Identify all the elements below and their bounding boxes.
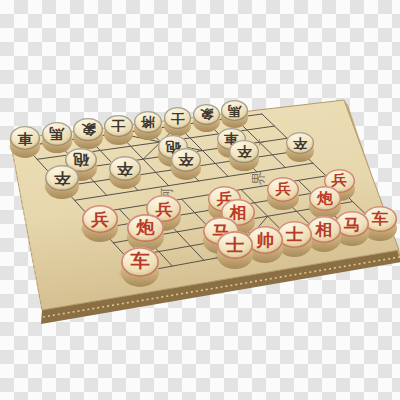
piece-character: 卒	[54, 168, 71, 188]
piece-character: 卒	[178, 150, 193, 169]
piece-top-face: 车	[121, 247, 160, 277]
piece-character: 卒	[237, 143, 252, 160]
piece-black-士[interactable]: 士	[104, 115, 133, 145]
piece-black-車[interactable]: 車	[10, 126, 40, 158]
piece-top-face: 卒	[45, 165, 78, 191]
piece-character: 马	[344, 214, 361, 235]
piece-character: 士	[286, 223, 304, 245]
piece-red-车[interactable]: 车	[121, 247, 160, 288]
piece-top-face: 卒	[171, 148, 202, 172]
piece-top-face: 馬	[42, 122, 72, 145]
piece-character: 士	[171, 110, 185, 127]
piece-character: 車	[17, 128, 32, 147]
piece-character: 士	[226, 234, 244, 257]
piece-character: 车	[130, 249, 149, 274]
xiangqi-scene: 馬象士將士象馬車車卒砲卒卒砲卒卒兵兵炮兵兵相车兵马炮相马士帅士车 河 界	[0, 0, 400, 400]
piece-black-馬[interactable]: 馬	[221, 100, 248, 128]
piece-character: 卒	[117, 159, 133, 178]
piece-character: 象	[200, 106, 214, 123]
piece-black-卒[interactable]: 卒	[171, 148, 202, 180]
piece-black-卒[interactable]: 卒	[109, 156, 141, 189]
piece-character: 卒	[293, 135, 307, 152]
piece-red-兵[interactable]: 兵	[82, 205, 118, 243]
piece-black-卒[interactable]: 卒	[45, 165, 78, 200]
piece-top-face: 士	[164, 107, 192, 129]
piece-top-face: 象	[73, 118, 102, 141]
piece-black-士[interactable]: 士	[164, 107, 192, 136]
piece-character: 相	[315, 218, 332, 240]
river-label-right: 界	[250, 171, 268, 185]
piece-character: 兵	[91, 208, 109, 230]
piece-character: 帅	[256, 229, 274, 251]
piece-red-士[interactable]: 士	[217, 231, 254, 269]
piece-top-face: 炮	[309, 186, 341, 211]
piece-top-face: 馬	[221, 100, 248, 121]
piece-character: 车	[372, 209, 389, 229]
piece-character: 馬	[49, 125, 64, 142]
piece-character: 士	[111, 117, 125, 134]
piece-black-象[interactable]: 象	[193, 104, 220, 132]
piece-black-象[interactable]: 象	[73, 118, 102, 149]
piece-top-face: 士	[104, 115, 133, 137]
piece-character: 象	[81, 121, 96, 138]
piece-top-face: 車	[10, 126, 40, 150]
piece-top-face: 象	[193, 104, 220, 125]
piece-black-卒[interactable]: 卒	[286, 132, 314, 162]
piece-red-兵[interactable]: 兵	[267, 177, 299, 210]
piece-character: 兵	[275, 180, 291, 199]
piece-black-卒[interactable]: 卒	[229, 140, 258, 171]
piece-character: 炮	[317, 188, 333, 207]
piece-character: 炮	[136, 216, 154, 239]
piece-character: 將	[141, 113, 155, 130]
piece-top-face: 炮	[127, 214, 163, 242]
piece-character: 馬	[228, 103, 241, 120]
piece-top-face: 卒	[229, 140, 258, 163]
